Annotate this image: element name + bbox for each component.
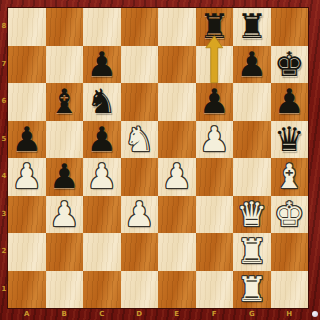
- file-label-c: C: [83, 309, 121, 319]
- piece-black-bishop-b6: ♝: [46, 83, 84, 121]
- file-label-f: F: [196, 309, 234, 319]
- square-c6: ♞: [83, 83, 121, 121]
- square-g5: [233, 121, 271, 159]
- square-a8: [8, 8, 46, 46]
- file-label-d: D: [121, 309, 159, 319]
- piece-white-pawn-e4: ♟: [158, 158, 196, 196]
- square-g7: ♟: [233, 46, 271, 84]
- rank-label-6: 6: [0, 83, 8, 121]
- square-f2: [196, 233, 234, 271]
- square-b6: ♝: [46, 83, 84, 121]
- piece-white-pawn-f5: ♟: [196, 121, 234, 159]
- square-c1: [83, 271, 121, 309]
- piece-black-rook-g8: ♜: [233, 8, 271, 46]
- square-b5: [46, 121, 84, 159]
- square-b4: ♟: [46, 158, 84, 196]
- square-g8: ♜: [233, 8, 271, 46]
- chess-board: ♜♜♟♟♚♝♞♟♟♟♟♞♟♛♟♟♟♟♝♟♟♛♚♜♜: [8, 8, 308, 308]
- square-a1: [8, 271, 46, 309]
- square-d5: ♞: [121, 121, 159, 159]
- square-e8: [158, 8, 196, 46]
- piece-white-queen-g3: ♛: [233, 196, 271, 234]
- rank-label-4: 4: [0, 158, 8, 196]
- square-c2: [83, 233, 121, 271]
- file-label-e: E: [158, 309, 196, 319]
- piece-white-rook-g2: ♜: [233, 233, 271, 271]
- square-a5: ♟: [8, 121, 46, 159]
- square-c5: ♟: [83, 121, 121, 159]
- rank-label-2: 2: [0, 233, 8, 271]
- square-h4: ♝: [271, 158, 309, 196]
- square-c3: [83, 196, 121, 234]
- square-a7: [8, 46, 46, 84]
- square-e5: [158, 121, 196, 159]
- square-e3: [158, 196, 196, 234]
- square-h6: ♟: [271, 83, 309, 121]
- square-e4: ♟: [158, 158, 196, 196]
- piece-white-pawn-d3: ♟: [121, 196, 159, 234]
- file-label-h: H: [271, 309, 309, 319]
- square-c8: [83, 8, 121, 46]
- square-g2: ♜: [233, 233, 271, 271]
- square-d6: [121, 83, 159, 121]
- square-d3: ♟: [121, 196, 159, 234]
- square-h2: [271, 233, 309, 271]
- rank-label-5: 5: [0, 121, 8, 159]
- rank-label-1: 1: [0, 271, 8, 309]
- square-b8: [46, 8, 84, 46]
- square-c4: ♟: [83, 158, 121, 196]
- file-label-g: G: [233, 309, 271, 319]
- square-e2: [158, 233, 196, 271]
- piece-white-pawn-c4: ♟: [83, 158, 121, 196]
- square-f8: ♜: [196, 8, 234, 46]
- square-h3: ♚: [271, 196, 309, 234]
- square-f3: [196, 196, 234, 234]
- piece-black-pawn-c5: ♟: [83, 121, 121, 159]
- square-d8: [121, 8, 159, 46]
- square-g1: ♜: [233, 271, 271, 309]
- square-h7: ♚: [271, 46, 309, 84]
- square-e1: [158, 271, 196, 309]
- square-b7: [46, 46, 84, 84]
- chess-diagram: ♜♜♟♟♚♝♞♟♟♟♟♞♟♛♟♟♟♟♝♟♟♛♚♜♜ 8 7 6 5 4 3 2 …: [0, 0, 320, 320]
- square-g3: ♛: [233, 196, 271, 234]
- piece-black-king-h7: ♚: [271, 46, 309, 84]
- piece-black-knight-c6: ♞: [83, 83, 121, 121]
- rank-label-7: 7: [0, 46, 8, 84]
- square-e6: [158, 83, 196, 121]
- square-c7: ♟: [83, 46, 121, 84]
- square-f6: ♟: [196, 83, 234, 121]
- piece-black-pawn-g7: ♟: [233, 46, 271, 84]
- square-a4: ♟: [8, 158, 46, 196]
- corner-dot: [312, 311, 318, 317]
- square-b1: [46, 271, 84, 309]
- square-h5: ♛: [271, 121, 309, 159]
- piece-white-rook-g1: ♜: [233, 271, 271, 309]
- piece-black-pawn-a5: ♟: [8, 121, 46, 159]
- piece-white-pawn-b3: ♟: [46, 196, 84, 234]
- rank-label-3: 3: [0, 196, 8, 234]
- file-label-a: A: [8, 309, 46, 319]
- square-f7: [196, 46, 234, 84]
- piece-black-pawn-f6: ♟: [196, 83, 234, 121]
- square-g6: [233, 83, 271, 121]
- piece-white-bishop-h4: ♝: [271, 158, 309, 196]
- square-d4: [121, 158, 159, 196]
- file-label-b: B: [46, 309, 84, 319]
- square-a6: [8, 83, 46, 121]
- piece-black-pawn-h6: ♟: [271, 83, 309, 121]
- square-f5: ♟: [196, 121, 234, 159]
- piece-black-queen-h5: ♛: [271, 121, 309, 159]
- square-h1: [271, 271, 309, 309]
- piece-white-knight-d5: ♞: [121, 121, 159, 159]
- square-f1: [196, 271, 234, 309]
- square-d2: [121, 233, 159, 271]
- piece-white-king-h3: ♚: [271, 196, 309, 234]
- square-a2: [8, 233, 46, 271]
- square-e7: [158, 46, 196, 84]
- square-b3: ♟: [46, 196, 84, 234]
- piece-white-pawn-a4: ♟: [8, 158, 46, 196]
- square-b2: [46, 233, 84, 271]
- piece-black-pawn-c7: ♟: [83, 46, 121, 84]
- square-d7: [121, 46, 159, 84]
- rank-label-8: 8: [0, 8, 8, 46]
- square-h8: [271, 8, 309, 46]
- square-f4: [196, 158, 234, 196]
- piece-black-pawn-b4: ♟: [46, 158, 84, 196]
- square-a3: [8, 196, 46, 234]
- square-d1: [121, 271, 159, 309]
- square-g4: [233, 158, 271, 196]
- piece-black-rook-f8: ♜: [196, 8, 234, 46]
